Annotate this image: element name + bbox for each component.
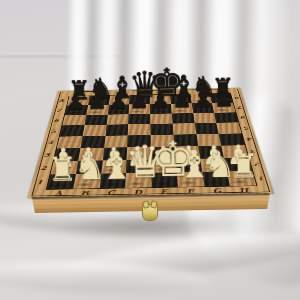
square-d1[interactable] xyxy=(125,173,151,188)
coordinate-label: E xyxy=(157,90,162,93)
square-h2[interactable] xyxy=(224,158,252,172)
square-c6[interactable] xyxy=(106,114,128,125)
square-d6[interactable] xyxy=(128,114,150,125)
square-g6[interactable] xyxy=(193,113,217,124)
coordinate-label: 6 xyxy=(239,115,245,119)
square-h3[interactable] xyxy=(221,145,248,158)
coordinate-label: 7 xyxy=(236,105,242,109)
coordinate-label: F xyxy=(187,188,196,195)
square-h5[interactable] xyxy=(216,122,241,133)
square-a3[interactable] xyxy=(54,148,81,161)
square-b3[interactable] xyxy=(78,148,104,161)
coordinate-label: 4 xyxy=(246,137,252,142)
square-e8[interactable] xyxy=(150,95,171,104)
square-g8[interactable] xyxy=(190,94,212,103)
square-a6[interactable] xyxy=(62,115,86,126)
square-a7[interactable] xyxy=(65,105,88,115)
coordinate-label: 3 xyxy=(44,152,51,158)
coordinate-label: D xyxy=(137,90,142,93)
square-b5[interactable] xyxy=(82,125,106,136)
board-grid xyxy=(46,93,258,190)
square-g4[interactable] xyxy=(196,134,221,146)
square-e2[interactable] xyxy=(151,159,176,173)
square-d5[interactable] xyxy=(128,124,151,135)
square-g3[interactable] xyxy=(198,146,224,159)
square-g5[interactable] xyxy=(194,123,218,134)
square-g1[interactable] xyxy=(202,172,230,187)
coordinate-label: 8 xyxy=(59,99,65,103)
board-frame: AABBCCDDEEFFGGHH1122334455667788 xyxy=(28,88,274,198)
coordinate-label: B xyxy=(81,190,90,197)
square-c1[interactable] xyxy=(99,173,126,188)
square-b2[interactable] xyxy=(76,160,103,174)
square-f4[interactable] xyxy=(173,134,198,146)
square-g7[interactable] xyxy=(191,103,214,113)
square-c3[interactable] xyxy=(102,147,127,160)
square-b6[interactable] xyxy=(84,114,107,125)
coordinate-label: C xyxy=(108,189,116,196)
coordinate-label: 4 xyxy=(48,140,55,145)
coordinate-label: 1 xyxy=(37,179,44,186)
coordinate-label: 3 xyxy=(249,149,255,154)
square-d4[interactable] xyxy=(127,135,151,147)
square-e3[interactable] xyxy=(151,146,176,159)
brass-clasp xyxy=(142,204,158,221)
coordinate-label: B xyxy=(97,91,102,94)
square-h1[interactable] xyxy=(227,171,256,186)
square-h6[interactable] xyxy=(214,112,238,123)
square-e6[interactable] xyxy=(150,113,172,124)
square-f6[interactable] xyxy=(172,113,195,124)
square-e5[interactable] xyxy=(150,124,173,135)
coordinate-label: 1 xyxy=(257,175,264,181)
square-f2[interactable] xyxy=(175,158,201,172)
square-b8[interactable] xyxy=(88,96,110,106)
coordinate-label: H xyxy=(239,187,250,194)
coordinate-label: 6 xyxy=(54,118,60,123)
chess-board: AABBCCDDEEFFGGHH1122334455667788 ♜♞♝♛♚♝♞… xyxy=(28,88,274,198)
coordinate-label: A xyxy=(77,91,83,94)
coordinate-label: G xyxy=(196,89,202,92)
square-e1[interactable] xyxy=(151,172,177,187)
coordinate-label: 7 xyxy=(56,108,62,112)
square-a8[interactable] xyxy=(67,96,89,106)
square-f5[interactable] xyxy=(172,123,196,134)
coordinate-label: G xyxy=(213,187,223,194)
square-b7[interactable] xyxy=(86,105,108,115)
square-a5[interactable] xyxy=(60,125,85,136)
coordinate-label: H xyxy=(216,89,223,92)
square-b4[interactable] xyxy=(80,136,105,148)
square-b1[interactable] xyxy=(73,174,101,189)
square-d2[interactable] xyxy=(126,159,151,173)
square-e4[interactable] xyxy=(151,135,175,147)
square-a1[interactable] xyxy=(47,174,76,189)
square-c5[interactable] xyxy=(105,124,128,135)
coordinate-label: 2 xyxy=(253,161,260,167)
square-c4[interactable] xyxy=(104,135,128,147)
coordinate-label: 8 xyxy=(234,96,239,100)
coordinate-label: A xyxy=(54,190,63,197)
square-f7[interactable] xyxy=(171,103,193,113)
coordinate-label: 2 xyxy=(41,165,48,171)
square-h7[interactable] xyxy=(212,103,235,113)
chess-set-photo: AABBCCDDEEFFGGHH1122334455667788 ♜♞♝♛♚♝♞… xyxy=(0,0,300,300)
square-d7[interactable] xyxy=(129,104,150,114)
square-e7[interactable] xyxy=(150,104,172,114)
square-a2[interactable] xyxy=(50,161,78,175)
square-c8[interactable] xyxy=(109,95,130,105)
square-c2[interactable] xyxy=(101,160,127,174)
coordinate-label: 5 xyxy=(242,126,248,131)
square-d8[interactable] xyxy=(129,95,150,105)
square-a4[interactable] xyxy=(57,136,83,148)
square-d3[interactable] xyxy=(127,147,151,160)
coordinate-label: 5 xyxy=(51,129,57,134)
square-f8[interactable] xyxy=(170,94,191,103)
square-f3[interactable] xyxy=(174,146,199,159)
chess-board-group: AABBCCDDEEFFGGHH1122334455667788 ♜♞♝♛♚♝♞… xyxy=(0,0,300,300)
square-c7[interactable] xyxy=(107,104,129,114)
square-f1[interactable] xyxy=(177,172,204,187)
square-g2[interactable] xyxy=(200,158,227,172)
square-h4[interactable] xyxy=(219,133,245,145)
square-h8[interactable] xyxy=(210,93,233,102)
coordinate-label: E xyxy=(161,188,169,195)
coordinate-label: F xyxy=(177,89,182,92)
coordinate-label: C xyxy=(117,90,122,93)
coordinate-label: D xyxy=(134,189,143,196)
